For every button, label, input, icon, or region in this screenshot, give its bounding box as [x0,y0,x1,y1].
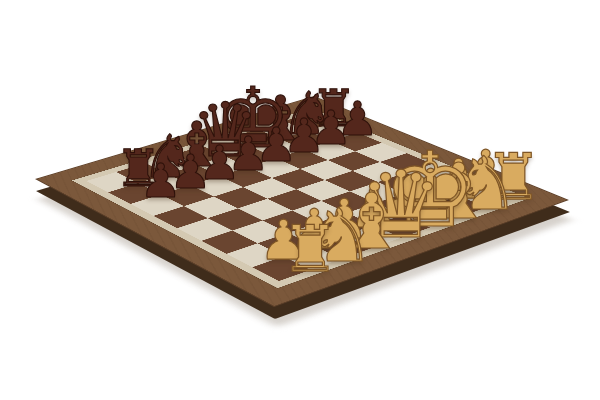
chess-set-photo: ♜♞♝♚♛♝♞♜♟♟♟♟♟♟♟♟♟♟♟♟♟♟♟♟♜♞♝♚♛♝♞♜ Wooden … [0,0,600,400]
piece-black-pawn[interactable]: ♟ [140,158,182,205]
piece-white-rook[interactable]: ♜ [282,218,339,282]
